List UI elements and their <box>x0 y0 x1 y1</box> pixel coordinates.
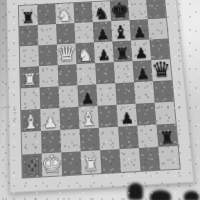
photo-layer: ·ı·ıı· ♜♞♞♚♟♝♟♛♞♟♜♟♜♟♛♟♝♟♝♟♜♦♦ ♦♦♚♜ <box>0 0 200 200</box>
board-square: ♜ <box>19 5 38 26</box>
board-square: ♛ <box>57 43 77 65</box>
chess-piece-black-king: ♚ <box>109 0 129 21</box>
chess-piece-black-pawn: ♟ <box>136 67 150 82</box>
board-square: ♝ <box>111 20 131 41</box>
board-square <box>98 105 118 128</box>
chess-piece-black-pawn: ♟ <box>133 26 147 41</box>
chessboard: ·ı·ıı· ♜♞♞♚♟♝♟♛♞♟♜♟♜♟♛♟♝♟♝♟♜♦♦ ♦♦♚♜ <box>6 0 194 193</box>
chess-piece-white-pawn: ♟ <box>43 115 57 131</box>
board-square <box>20 45 39 67</box>
board-square <box>158 146 179 170</box>
board-square <box>115 82 135 105</box>
chess-piece-black-pawn: ♟ <box>97 48 111 63</box>
board-square: ♝ <box>78 106 98 129</box>
board-square <box>59 107 79 130</box>
captured-piece-blob <box>150 190 171 200</box>
board-square <box>61 151 82 175</box>
board-square <box>38 44 57 66</box>
chess-piece-white-rook: ♜ <box>23 72 38 88</box>
board-square: ♜ <box>156 124 177 147</box>
board-square: ♚ <box>42 152 62 176</box>
board-square <box>100 149 121 173</box>
board-square <box>120 148 141 172</box>
board-square <box>136 103 157 126</box>
board-square <box>96 83 116 106</box>
board-square: ♟ <box>132 60 152 82</box>
board-square: ♜ <box>20 66 39 88</box>
chess-piece-white-knight: ♞ <box>57 7 73 24</box>
board-square <box>99 127 120 150</box>
board-square <box>21 87 41 110</box>
chess-piece-white-knight: ♞ <box>77 46 94 64</box>
board-square <box>118 126 139 149</box>
board-square <box>73 2 92 23</box>
board-square: ♟ <box>94 41 114 63</box>
board-square <box>146 0 166 19</box>
board-square: ♦♦ ♦♦ <box>22 154 42 178</box>
board-square <box>58 64 78 86</box>
board-square: ♛ <box>151 59 172 81</box>
playing-grid: ♜♞♞♚♟♝♟♛♞♟♜♟♜♟♛♟♝♟♝♟♜♦♦ ♦♦♚♜ <box>18 0 181 179</box>
chess-piece-black-pawn: ♟ <box>120 111 135 127</box>
chess-piece-black-bishop: ♝ <box>112 23 130 41</box>
chess-piece-black-rook: ♜ <box>21 11 35 26</box>
board-square <box>39 65 59 87</box>
board-square: ♞ <box>92 1 111 22</box>
board-square <box>80 128 101 152</box>
board-square: ♟ <box>117 104 138 127</box>
board-square <box>76 63 96 85</box>
chess-piece-white-rook: ♜ <box>83 157 99 175</box>
chessboard-photo: ·ı·ıı· ♜♞♞♚♟♝♟♛♞♟♜♟♜♟♛♟♝♟♝♟♜♦♦ ♦♦♚♜ <box>0 0 200 200</box>
board-square: ♞ <box>75 42 95 64</box>
board-square <box>40 86 60 109</box>
board-square: ♟ <box>77 84 97 107</box>
board-square <box>38 24 57 45</box>
chess-piece-black-pawn: ♟ <box>81 91 95 106</box>
board-square: ♟ <box>40 108 60 131</box>
chess-piece-black-pawn: ♟ <box>96 28 110 43</box>
board-square: ♟ <box>129 19 149 40</box>
chess-piece-black-rook: ♜ <box>159 130 175 147</box>
captured-piece-blob <box>184 191 199 200</box>
board-square <box>95 62 115 84</box>
board-square <box>37 4 56 25</box>
board-square <box>59 85 79 108</box>
chess-piece-white-king: ♚ <box>41 152 62 176</box>
board-square <box>155 102 176 125</box>
board-edge-text: ·ı·ıı· <box>10 54 17 122</box>
board-square <box>128 0 148 20</box>
corner-emblem: ♦♦ ♦♦ <box>25 156 39 176</box>
board-square <box>74 22 94 43</box>
board-square <box>19 25 38 46</box>
chess-piece-black-knight: ♞ <box>93 5 110 22</box>
chess-piece-white-queen: ♛ <box>57 43 77 65</box>
board-square: ♜ <box>81 150 102 174</box>
board-square <box>137 125 158 148</box>
board-square: ♞ <box>55 3 74 24</box>
board-square <box>134 81 155 104</box>
board-square: ♟ <box>93 21 113 42</box>
board-border: ·ı·ıı· ♜♞♞♚♟♝♟♛♞♟♜♟♜♟♛♟♝♟♝♟♜♦♦ ♦♦♚♜ <box>6 0 194 193</box>
board-square <box>153 80 174 103</box>
board-square <box>139 147 160 171</box>
board-square: ♟ <box>131 39 151 61</box>
chess-piece-black-pawn: ♟ <box>134 46 148 61</box>
chess-piece-white-bishop: ♝ <box>80 109 98 129</box>
board-square <box>22 131 42 155</box>
board-square: ♚ <box>110 0 130 21</box>
chess-piece-black-queen: ♛ <box>151 59 172 81</box>
board-square <box>60 129 80 153</box>
chess-piece-white-bishop: ♝ <box>22 112 40 132</box>
board-square <box>148 18 168 39</box>
board-square: ♜ <box>112 40 132 62</box>
chess-piece-black-rook: ♜ <box>115 46 130 62</box>
captured-piece-blob <box>128 183 143 200</box>
board-square <box>114 61 134 83</box>
board-square: ♝ <box>21 109 41 132</box>
